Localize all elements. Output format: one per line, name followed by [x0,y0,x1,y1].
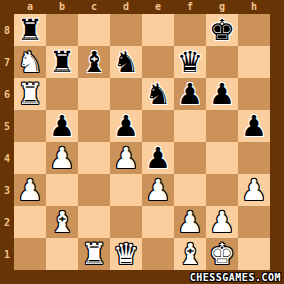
file-label-a: a [14,0,46,14]
square-a1 [14,238,46,270]
square-e8 [142,14,174,46]
square-e7 [142,46,174,78]
piece-white-pawn-f2: ♟ [177,206,203,238]
square-c7: ♝ [78,46,110,78]
square-d6 [110,78,142,110]
square-b8 [46,14,78,46]
square-g8: ♚ [206,14,238,46]
board-frame: abcdefgh 87654321 ♜♚♞♜♝♞♛♜♞♟♟♟♟♟♟♟♟♟♟♟♝♟… [0,0,284,284]
square-f4 [174,142,206,174]
file-label-d: d [110,0,142,14]
piece-white-pawn-g2: ♟ [209,206,235,238]
square-d5: ♟ [110,110,142,142]
square-b1 [46,238,78,270]
square-h7 [238,46,270,78]
piece-black-knight-e6: ♞ [145,78,171,110]
square-d7: ♞ [110,46,142,78]
square-c5 [78,110,110,142]
square-b5: ♟ [46,110,78,142]
piece-black-king-g8: ♚ [209,14,235,46]
piece-black-pawn-f6: ♟ [177,78,203,110]
rank-labels: 87654321 [0,14,14,270]
square-f1: ♝ [174,238,206,270]
square-c2 [78,206,110,238]
square-g4 [206,142,238,174]
square-f3 [174,174,206,206]
rank-label-5: 5 [0,110,14,142]
square-b7: ♜ [46,46,78,78]
piece-white-pawn-d4: ♟ [113,142,139,174]
file-labels: abcdefgh [14,0,270,14]
square-c8 [78,14,110,46]
square-d8 [110,14,142,46]
piece-black-pawn-d5: ♟ [113,110,139,142]
watermark: CHESSGAMES.COM [190,272,281,283]
piece-black-rook-b7: ♜ [49,46,75,78]
piece-black-knight-d7: ♞ [113,46,139,78]
piece-white-queen-d1: ♛ [113,238,139,270]
piece-white-bishop-b2: ♝ [49,206,75,238]
piece-white-king-g1: ♚ [209,238,235,270]
square-f8 [174,14,206,46]
square-h1 [238,238,270,270]
square-f6: ♟ [174,78,206,110]
square-f5 [174,110,206,142]
square-d1: ♛ [110,238,142,270]
file-label-e: e [142,0,174,14]
square-a6: ♜ [14,78,46,110]
square-d3 [110,174,142,206]
square-h6 [238,78,270,110]
square-b2: ♝ [46,206,78,238]
square-a3: ♟ [14,174,46,206]
square-e1 [142,238,174,270]
piece-white-bishop-f1: ♝ [177,238,203,270]
square-a5 [14,110,46,142]
square-g6: ♟ [206,78,238,110]
square-f2: ♟ [174,206,206,238]
piece-white-knight-a7: ♞ [17,46,43,78]
square-b6 [46,78,78,110]
square-g1: ♚ [206,238,238,270]
square-e3: ♟ [142,174,174,206]
piece-black-pawn-g6: ♟ [209,78,235,110]
square-c4 [78,142,110,174]
square-a8: ♜ [14,14,46,46]
square-b3 [46,174,78,206]
piece-white-pawn-b4: ♟ [49,142,75,174]
square-h5: ♟ [238,110,270,142]
piece-black-queen-f7: ♛ [177,46,203,78]
piece-white-pawn-e3: ♟ [145,174,171,206]
square-c6 [78,78,110,110]
rank-label-3: 3 [0,174,14,206]
square-d4: ♟ [110,142,142,174]
square-h2 [238,206,270,238]
square-h4 [238,142,270,174]
rank-label-8: 8 [0,14,14,46]
square-g2: ♟ [206,206,238,238]
rank-label-2: 2 [0,206,14,238]
square-b4: ♟ [46,142,78,174]
rank-label-1: 1 [0,238,14,270]
square-g3 [206,174,238,206]
square-h8 [238,14,270,46]
rank-label-4: 4 [0,142,14,174]
file-label-h: h [238,0,270,14]
piece-black-rook-a8: ♜ [17,14,43,46]
piece-black-pawn-e4: ♟ [145,142,171,174]
square-f7: ♛ [174,46,206,78]
square-e4: ♟ [142,142,174,174]
chess-board: ♜♚♞♜♝♞♛♜♞♟♟♟♟♟♟♟♟♟♟♟♝♟♟♜♛♝♚ [14,14,270,270]
file-label-g: g [206,0,238,14]
file-label-f: f [174,0,206,14]
piece-white-rook-c1: ♜ [81,238,107,270]
piece-black-pawn-h5: ♟ [241,110,267,142]
square-c3 [78,174,110,206]
piece-black-bishop-c7: ♝ [81,46,107,78]
square-g5 [206,110,238,142]
square-a7: ♞ [14,46,46,78]
piece-white-pawn-h3: ♟ [241,174,267,206]
file-label-c: c [78,0,110,14]
square-e5 [142,110,174,142]
square-e6: ♞ [142,78,174,110]
square-a2 [14,206,46,238]
piece-white-rook-a6: ♜ [17,78,43,110]
piece-black-pawn-b5: ♟ [49,110,75,142]
square-g7 [206,46,238,78]
square-c1: ♜ [78,238,110,270]
square-e2 [142,206,174,238]
square-d2 [110,206,142,238]
square-a4 [14,142,46,174]
square-h3: ♟ [238,174,270,206]
rank-label-6: 6 [0,78,14,110]
rank-label-7: 7 [0,46,14,78]
piece-white-pawn-a3: ♟ [17,174,43,206]
file-label-b: b [46,0,78,14]
